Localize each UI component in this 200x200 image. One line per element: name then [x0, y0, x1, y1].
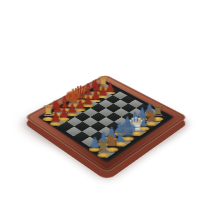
chess-piece-white-r: ♜	[96, 138, 111, 155]
product-photo[interactable]: ♜♟♟♜♞♟♟♞♝♟♟♝♛♟♟♛♚♟♟♚♝♟♟♝♞♟♟♞♜♟♟♜	[0, 0, 200, 200]
chess-piece-black-p: ♟	[49, 110, 61, 123]
chess-board: ♜♟♟♜♞♟♟♞♝♟♟♝♛♟♟♛♚♟♟♚♝♟♟♝♞♟♟♞♜♟♟♜	[24, 74, 188, 173]
scene: ♜♟♟♜♞♟♟♞♝♟♟♝♛♟♟♛♚♟♟♚♝♟♟♝♞♟♟♞♜♟♟♜	[0, 0, 200, 200]
